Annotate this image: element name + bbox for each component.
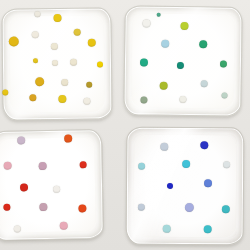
fused-glass-dot: [223, 161, 230, 168]
glass-plate-yellow-dots: [1, 7, 112, 120]
fused-glass-dot: [204, 225, 212, 233]
fused-glass-dot: [160, 82, 168, 90]
glass-plate-green-dots: [123, 5, 243, 117]
fused-glass-dot: [73, 28, 80, 35]
fused-glass-dot: [140, 58, 148, 66]
fused-glass-dot: [163, 225, 171, 233]
fused-glass-dot: [142, 19, 150, 27]
fused-glass-dot: [140, 96, 147, 103]
fused-glass-dot: [60, 222, 68, 230]
fused-glass-dot: [39, 162, 47, 170]
fused-glass-dot: [86, 82, 92, 88]
fused-glass-dot: [29, 94, 36, 101]
fused-glass-dot: [32, 58, 37, 63]
fused-glass-dot: [200, 80, 207, 87]
fused-glass-dot: [176, 61, 183, 68]
fused-glass-dot: [3, 203, 10, 210]
fused-glass-dot: [222, 205, 230, 213]
fused-glass-dot: [2, 90, 8, 96]
fused-glass-dot: [180, 22, 188, 30]
fused-glass-dot: [204, 179, 212, 187]
fused-glass-dot: [69, 58, 76, 65]
fused-glass-dot: [17, 136, 25, 144]
fused-glass-dot: [182, 160, 190, 168]
fused-glass-dot: [184, 202, 193, 211]
fused-glass-dot: [221, 93, 227, 99]
fused-glass-dot: [53, 185, 60, 192]
fused-glass-dot: [64, 135, 72, 143]
fused-glass-dot: [61, 78, 68, 85]
fused-glass-dot: [157, 13, 161, 17]
fused-glass-dot: [137, 203, 144, 210]
fused-glass-dot: [34, 11, 40, 17]
fused-glass-dot: [160, 143, 168, 151]
fused-glass-dot: [79, 161, 86, 168]
fused-glass-dot: [167, 183, 173, 189]
photo-canvas: [0, 0, 250, 250]
fused-glass-dot: [9, 36, 19, 46]
fused-glass-dot: [39, 203, 47, 211]
fused-glass-dot: [31, 31, 38, 38]
fused-glass-dot: [200, 141, 208, 149]
fused-glass-dot: [97, 62, 103, 68]
fused-glass-dot: [20, 183, 28, 191]
fused-glass-dot: [58, 95, 66, 103]
fused-glass-dot: [161, 40, 169, 48]
fused-glass-dot: [199, 40, 207, 48]
fused-glass-dot: [50, 42, 57, 49]
fused-glass-dot: [219, 60, 226, 67]
fused-glass-dot: [52, 60, 58, 66]
fused-glass-dot: [53, 14, 61, 22]
fused-glass-dot: [35, 77, 44, 86]
fused-glass-dot: [83, 97, 90, 104]
fused-glass-dot: [179, 95, 186, 102]
fused-glass-dot: [88, 39, 96, 47]
glass-plate-blue-dots: [126, 127, 245, 246]
fused-glass-dot: [13, 225, 20, 232]
fused-glass-dot: [4, 162, 12, 170]
fused-glass-dot: [78, 204, 86, 212]
fused-glass-dot: [138, 162, 145, 169]
glass-plate-red-pink-dots: [0, 129, 104, 241]
